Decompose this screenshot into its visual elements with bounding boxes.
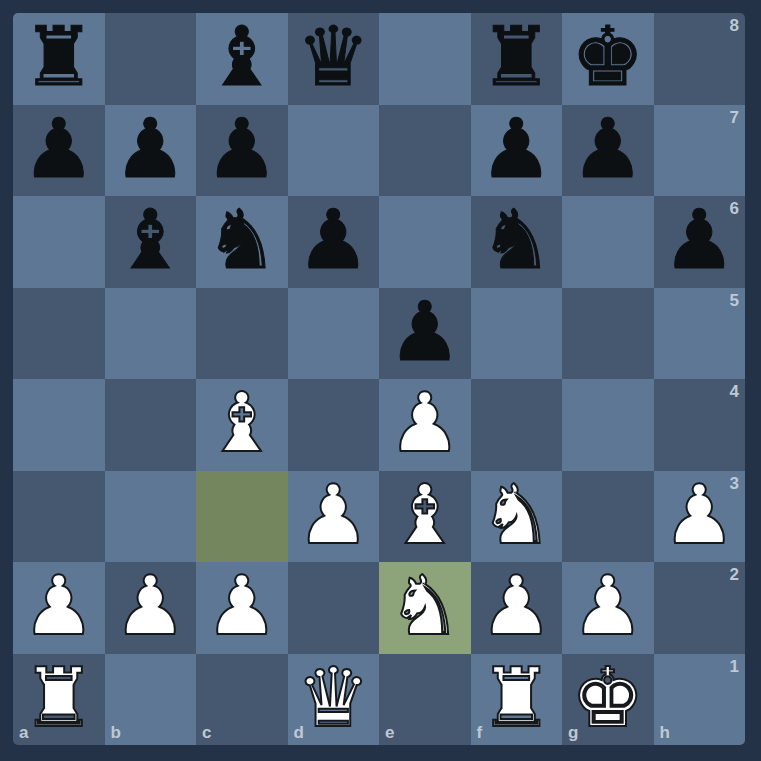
white-bishop[interactable]: ♝ [388,469,462,561]
white-pawn[interactable]: ♟ [662,469,736,561]
square-a6[interactable] [13,196,105,288]
white-pawn[interactable]: ♟ [205,560,279,652]
black-pawn[interactable]: ♟ [296,194,370,286]
square-e6[interactable] [379,196,471,288]
black-pawn[interactable]: ♟ [662,194,736,286]
white-rook[interactable]: ♜ [479,652,553,744]
square-c8[interactable]: ♝ [196,13,288,105]
square-b6[interactable]: ♝ [105,196,197,288]
square-b1[interactable]: b [105,654,197,746]
square-a8[interactable]: ♜ [13,13,105,105]
square-f5[interactable] [471,288,563,380]
square-g1[interactable]: ♚g [562,654,654,746]
black-pawn[interactable]: ♟ [113,103,187,195]
square-h8[interactable]: 8 [654,13,746,105]
white-king[interactable]: ♚ [571,652,645,744]
square-f8[interactable]: ♜ [471,13,563,105]
black-pawn[interactable]: ♟ [479,103,553,195]
square-h5[interactable]: 5 [654,288,746,380]
square-h1[interactable]: 1h [654,654,746,746]
square-h2[interactable]: 2 [654,562,746,654]
black-pawn[interactable]: ♟ [571,103,645,195]
white-pawn[interactable]: ♟ [22,560,96,652]
square-a4[interactable] [13,379,105,471]
square-b8[interactable] [105,13,197,105]
rank-label-5: 5 [730,291,739,311]
white-knight[interactable]: ♞ [388,560,462,652]
square-e3[interactable]: ♝ [379,471,471,563]
black-knight[interactable]: ♞ [479,194,553,286]
black-bishop[interactable]: ♝ [113,194,187,286]
white-pawn[interactable]: ♟ [479,560,553,652]
black-pawn[interactable]: ♟ [388,286,462,378]
square-e7[interactable] [379,105,471,197]
square-c3[interactable] [196,471,288,563]
square-a5[interactable] [13,288,105,380]
rank-label-8: 8 [730,16,739,36]
square-d2[interactable] [288,562,380,654]
white-pawn[interactable]: ♟ [296,469,370,561]
square-b4[interactable] [105,379,197,471]
square-f7[interactable]: ♟ [471,105,563,197]
square-d4[interactable] [288,379,380,471]
black-bishop[interactable]: ♝ [205,13,279,103]
square-c2[interactable]: ♟ [196,562,288,654]
square-b7[interactable]: ♟ [105,105,197,197]
file-label-h: h [660,723,670,743]
square-d6[interactable]: ♟ [288,196,380,288]
square-c5[interactable] [196,288,288,380]
rank-label-1: 1 [730,657,739,677]
square-a3[interactable] [13,471,105,563]
square-e5[interactable]: ♟ [379,288,471,380]
black-knight[interactable]: ♞ [205,194,279,286]
rank-label-7: 7 [730,108,739,128]
square-c4[interactable]: ♝ [196,379,288,471]
square-a7[interactable]: ♟ [13,105,105,197]
square-b3[interactable] [105,471,197,563]
square-b2[interactable]: ♟ [105,562,197,654]
square-c1[interactable]: c [196,654,288,746]
page-background: { "game": "chess", "position": { "fen": … [0,0,761,761]
square-a2[interactable]: ♟ [13,562,105,654]
square-g2[interactable]: ♟ [562,562,654,654]
file-label-e: e [385,723,394,743]
square-e2[interactable]: ♞ [379,562,471,654]
square-d1[interactable]: ♛d [288,654,380,746]
square-c6[interactable]: ♞ [196,196,288,288]
square-f2[interactable]: ♟ [471,562,563,654]
black-rook[interactable]: ♜ [22,13,96,103]
square-g7[interactable]: ♟ [562,105,654,197]
rank-label-2: 2 [730,565,739,585]
black-rook[interactable]: ♜ [479,13,553,103]
square-c7[interactable]: ♟ [196,105,288,197]
file-label-b: b [111,723,121,743]
rank-label-4: 4 [730,382,739,402]
square-h4[interactable]: 4 [654,379,746,471]
white-pawn[interactable]: ♟ [113,560,187,652]
square-f3[interactable]: ♞ [471,471,563,563]
square-e4[interactable]: ♟ [379,379,471,471]
square-g5[interactable] [562,288,654,380]
square-g3[interactable] [562,471,654,563]
white-knight[interactable]: ♞ [479,469,553,561]
square-g4[interactable] [562,379,654,471]
square-f6[interactable]: ♞ [471,196,563,288]
square-g8[interactable]: ♚ [562,13,654,105]
black-pawn[interactable]: ♟ [22,103,96,195]
white-pawn[interactable]: ♟ [571,560,645,652]
white-pawn[interactable]: ♟ [388,377,462,469]
square-d8[interactable]: ♛ [288,13,380,105]
square-h3[interactable]: ♟3 [654,471,746,563]
file-label-c: c [202,723,211,743]
square-d5[interactable] [288,288,380,380]
square-h7[interactable]: 7 [654,105,746,197]
white-bishop[interactable]: ♝ [205,377,279,469]
square-d7[interactable] [288,105,380,197]
square-d3[interactable]: ♟ [288,471,380,563]
black-king[interactable]: ♚ [571,13,645,103]
square-e8[interactable] [379,13,471,105]
square-f4[interactable] [471,379,563,471]
square-f1[interactable]: ♜f [471,654,563,746]
square-e1[interactable]: e [379,654,471,746]
black-queen[interactable]: ♛ [296,13,370,103]
white-rook[interactable]: ♜ [22,652,96,744]
square-b5[interactable] [105,288,197,380]
white-queen[interactable]: ♛ [296,652,370,744]
black-pawn[interactable]: ♟ [205,103,279,195]
square-g6[interactable] [562,196,654,288]
square-h6[interactable]: ♟6 [654,196,746,288]
chess-board: ♜♝♛♜♚8♟♟♟♟♟7♝♞♟♞♟6♟5♝♟4♟♝♞♟3♟♟♟♞♟♟2♜abc♛… [13,13,745,745]
square-a1[interactable]: ♜a [13,654,105,746]
